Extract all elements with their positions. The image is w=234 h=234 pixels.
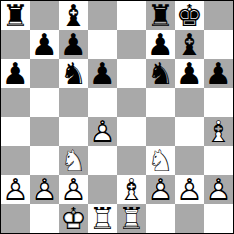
square-e4[interactable] (117, 117, 146, 146)
white-pawn-outline: ♙ (1, 175, 30, 204)
white-rook-outline: ♖ (117, 204, 146, 233)
black-rook-piece-icon[interactable]: ♜ (146, 1, 175, 30)
square-e8[interactable] (117, 1, 146, 30)
square-h8[interactable] (204, 1, 233, 30)
square-d7[interactable] (88, 30, 117, 59)
black-knight-glyph: ♞ (146, 59, 175, 88)
square-d5[interactable] (88, 88, 117, 117)
black-knight-piece-icon[interactable]: ♞ (59, 59, 88, 88)
white-rook-piece-icon[interactable]: ♜♖ (88, 204, 117, 233)
white-pawn-piece-icon[interactable]: ♟♙ (146, 175, 175, 204)
square-d2[interactable] (88, 175, 117, 204)
square-b7[interactable]: ♟ (30, 30, 59, 59)
black-pawn-piece-icon[interactable]: ♟ (204, 59, 233, 88)
black-king-piece-icon[interactable]: ♚ (175, 1, 204, 30)
white-pawn-outline: ♙ (204, 175, 233, 204)
black-bishop-glyph: ♝ (175, 30, 204, 59)
white-rook-piece-icon[interactable]: ♜♖ (117, 204, 146, 233)
square-g2[interactable]: ♟♙ (175, 175, 204, 204)
black-bishop-piece-icon[interactable]: ♝ (175, 30, 204, 59)
square-e2[interactable]: ♝♗ (117, 175, 146, 204)
black-rook-glyph: ♜ (1, 1, 30, 30)
square-h3[interactable] (204, 146, 233, 175)
white-bishop-piece-icon[interactable]: ♝♗ (204, 117, 233, 146)
square-h4[interactable]: ♝♗ (204, 117, 233, 146)
square-g8[interactable]: ♚ (175, 1, 204, 30)
black-pawn-glyph: ♟ (30, 30, 59, 59)
white-pawn-outline: ♙ (88, 117, 117, 146)
square-f5[interactable] (146, 88, 175, 117)
black-pawn-piece-icon[interactable]: ♟ (30, 30, 59, 59)
black-knight-piece-icon[interactable]: ♞ (146, 59, 175, 88)
black-pawn-glyph: ♟ (146, 30, 175, 59)
white-pawn-piece-icon[interactable]: ♟♙ (1, 175, 30, 204)
white-king-piece-icon[interactable]: ♚♔ (59, 204, 88, 233)
white-knight-piece-icon[interactable]: ♞♘ (146, 146, 175, 175)
square-h5[interactable] (204, 88, 233, 117)
white-pawn-outline: ♙ (59, 175, 88, 204)
white-bishop-outline: ♗ (204, 117, 233, 146)
square-f2[interactable]: ♟♙ (146, 175, 175, 204)
white-pawn-piece-icon[interactable]: ♟♙ (30, 175, 59, 204)
square-e1[interactable]: ♜♖ (117, 204, 146, 233)
square-c7[interactable]: ♟ (59, 30, 88, 59)
chess-board: ♜♝♜♚♟♟♟♝♟♞♟♞♟♟♟♙♝♗♞♘♞♘♟♙♟♙♟♙♝♗♟♙♟♙♟♙♚♔♜♖… (0, 0, 234, 234)
black-pawn-piece-icon[interactable]: ♟ (146, 30, 175, 59)
square-e6[interactable] (117, 59, 146, 88)
square-g7[interactable]: ♝ (175, 30, 204, 59)
square-e5[interactable] (117, 88, 146, 117)
black-rook-glyph: ♜ (146, 1, 175, 30)
square-c3[interactable]: ♞♘ (59, 146, 88, 175)
square-a1[interactable] (1, 204, 30, 233)
square-a6[interactable]: ♟ (1, 59, 30, 88)
square-a3[interactable] (1, 146, 30, 175)
square-e7[interactable] (117, 30, 146, 59)
white-knight-outline: ♘ (59, 146, 88, 175)
square-d4[interactable]: ♟♙ (88, 117, 117, 146)
square-c8[interactable]: ♝ (59, 1, 88, 30)
square-b5[interactable] (30, 88, 59, 117)
square-a2[interactable]: ♟♙ (1, 175, 30, 204)
white-pawn-outline: ♙ (146, 175, 175, 204)
black-pawn-piece-icon[interactable]: ♟ (88, 59, 117, 88)
black-pawn-piece-icon[interactable]: ♟ (175, 59, 204, 88)
square-h6[interactable]: ♟ (204, 59, 233, 88)
square-g1[interactable] (175, 204, 204, 233)
white-pawn-outline: ♙ (30, 175, 59, 204)
black-pawn-glyph: ♟ (175, 59, 204, 88)
square-g4[interactable] (175, 117, 204, 146)
black-rook-piece-icon[interactable]: ♜ (1, 1, 30, 30)
black-pawn-glyph: ♟ (1, 59, 30, 88)
square-f6[interactable]: ♞ (146, 59, 175, 88)
black-bishop-glyph: ♝ (59, 1, 88, 30)
square-g5[interactable] (175, 88, 204, 117)
white-bishop-piece-icon[interactable]: ♝♗ (117, 175, 146, 204)
square-c6[interactable]: ♞ (59, 59, 88, 88)
square-b6[interactable] (30, 59, 59, 88)
square-a4[interactable] (1, 117, 30, 146)
white-king-outline: ♔ (59, 204, 88, 233)
black-pawn-glyph: ♟ (88, 59, 117, 88)
square-g3[interactable] (175, 146, 204, 175)
square-b2[interactable]: ♟♙ (30, 175, 59, 204)
square-f8[interactable]: ♜ (146, 1, 175, 30)
black-king-glyph: ♚ (175, 1, 204, 30)
square-f3[interactable]: ♞♘ (146, 146, 175, 175)
white-pawn-piece-icon[interactable]: ♟♙ (59, 175, 88, 204)
white-pawn-piece-icon[interactable]: ♟♙ (88, 117, 117, 146)
square-c1[interactable]: ♚♔ (59, 204, 88, 233)
square-b8[interactable] (30, 1, 59, 30)
square-b1[interactable] (30, 204, 59, 233)
square-a5[interactable] (1, 88, 30, 117)
square-f4[interactable] (146, 117, 175, 146)
black-pawn-glyph: ♟ (59, 30, 88, 59)
square-f1[interactable] (146, 204, 175, 233)
white-pawn-outline: ♙ (175, 175, 204, 204)
square-g6[interactable]: ♟ (175, 59, 204, 88)
square-d3[interactable] (88, 146, 117, 175)
white-pawn-piece-icon[interactable]: ♟♙ (204, 175, 233, 204)
square-c2[interactable]: ♟♙ (59, 175, 88, 204)
square-d8[interactable] (88, 1, 117, 30)
black-bishop-piece-icon[interactable]: ♝ (59, 1, 88, 30)
square-c5[interactable] (59, 88, 88, 117)
square-c4[interactable] (59, 117, 88, 146)
square-h2[interactable]: ♟♙ (204, 175, 233, 204)
square-h1[interactable] (204, 204, 233, 233)
black-pawn-piece-icon[interactable]: ♟ (59, 30, 88, 59)
square-d1[interactable]: ♜♖ (88, 204, 117, 233)
black-knight-glyph: ♞ (59, 59, 88, 88)
square-b4[interactable] (30, 117, 59, 146)
white-knight-piece-icon[interactable]: ♞♘ (59, 146, 88, 175)
black-pawn-glyph: ♟ (204, 59, 233, 88)
square-f7[interactable]: ♟ (146, 30, 175, 59)
square-e3[interactable] (117, 146, 146, 175)
black-pawn-piece-icon[interactable]: ♟ (1, 59, 30, 88)
square-h7[interactable] (204, 30, 233, 59)
white-bishop-outline: ♗ (117, 175, 146, 204)
white-pawn-piece-icon[interactable]: ♟♙ (175, 175, 204, 204)
white-rook-outline: ♖ (88, 204, 117, 233)
square-a8[interactable]: ♜ (1, 1, 30, 30)
square-d6[interactable]: ♟ (88, 59, 117, 88)
white-knight-outline: ♘ (146, 146, 175, 175)
square-a7[interactable] (1, 30, 30, 59)
square-b3[interactable] (30, 146, 59, 175)
